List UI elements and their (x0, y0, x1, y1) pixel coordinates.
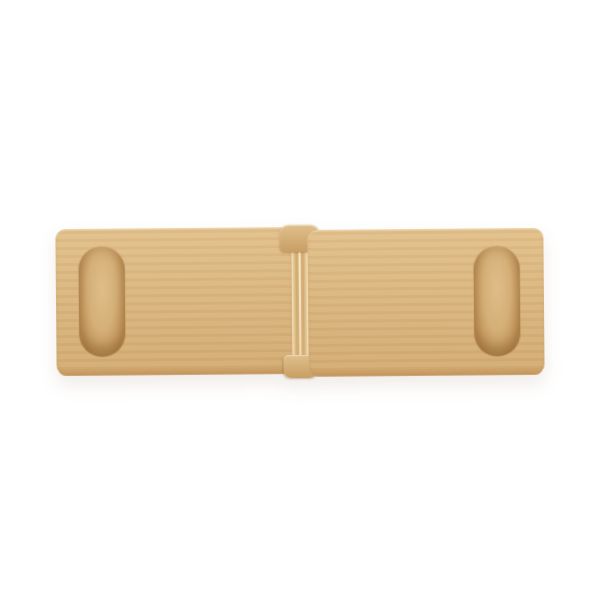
hinge-pin-seam (298, 232, 301, 370)
mancala-board (55, 225, 544, 381)
hinge (291, 228, 308, 374)
right-store-pit[interactable] (474, 246, 521, 356)
board-half-right (307, 228, 544, 376)
left-store-pit[interactable] (79, 247, 126, 357)
photo-background (0, 0, 600, 600)
board-half-left (55, 227, 292, 375)
